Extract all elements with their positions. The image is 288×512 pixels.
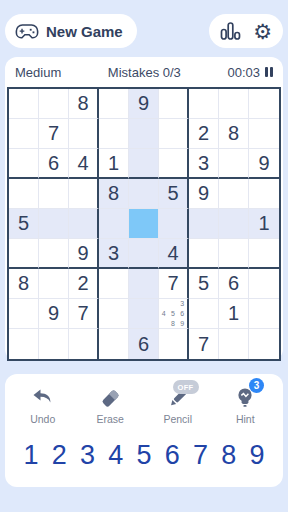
cell-r8c4[interactable] (99, 299, 129, 329)
cell-r1c5[interactable]: 9 (129, 89, 159, 119)
pause-icon[interactable] (265, 67, 273, 77)
cell-r8c8[interactable]: 1 (219, 299, 249, 329)
cell-r1c2[interactable] (39, 89, 69, 119)
cell-r1c8[interactable] (219, 89, 249, 119)
cell-r6c2[interactable] (39, 239, 69, 269)
cell-r8c5[interactable] (129, 299, 159, 329)
pencil-button[interactable]: OFF Pencil (144, 386, 212, 425)
cell-r1c9[interactable] (249, 89, 279, 119)
cell-r2c9[interactable] (249, 119, 279, 149)
cell-r6c9[interactable] (249, 239, 279, 269)
cell-r7c2[interactable] (39, 269, 69, 299)
tools-row: Undo Erase OFF (9, 386, 279, 425)
cell-r5c8[interactable] (219, 209, 249, 239)
undo-label: Undo (30, 413, 55, 425)
pencil-notes: 345689 (159, 299, 187, 328)
cell-r3c4[interactable]: 1 (99, 149, 129, 179)
status-row: Medium Mistakes 0/3 00:03 (5, 57, 283, 87)
cell-r4c4[interactable]: 8 (99, 179, 129, 209)
cell-r9c9[interactable] (249, 329, 279, 359)
cell-r9c1[interactable] (9, 329, 39, 359)
cell-r4c1[interactable] (9, 179, 39, 209)
cell-r9c2[interactable] (39, 329, 69, 359)
cell-r4c9[interactable] (249, 179, 279, 209)
cell-r8c9[interactable] (249, 299, 279, 329)
cell-r9c3[interactable] (69, 329, 99, 359)
cell-r4c5[interactable] (129, 179, 159, 209)
gamepad-icon (15, 23, 39, 40)
cell-r3c7[interactable]: 3 (189, 149, 219, 179)
hint-label: Hint (236, 413, 255, 425)
cell-r5c3[interactable] (69, 209, 99, 239)
numpad-1[interactable]: 1 (19, 441, 43, 471)
numpad-8[interactable]: 8 (217, 441, 241, 471)
hint-button[interactable]: 3 Hint (212, 386, 280, 425)
numpad-7[interactable]: 7 (189, 441, 213, 471)
numpad-5[interactable]: 5 (132, 441, 156, 471)
cell-r3c6[interactable] (159, 149, 189, 179)
cell-r3c1[interactable] (9, 149, 39, 179)
pencil-off-badge: OFF (173, 380, 199, 394)
erase-label: Erase (97, 413, 124, 425)
cell-r3c8[interactable] (219, 149, 249, 179)
undo-button[interactable]: Undo (9, 386, 77, 425)
cell-r7c3[interactable]: 2 (69, 269, 99, 299)
cell-r2c2[interactable]: 7 (39, 119, 69, 149)
new-game-label: New Game (46, 23, 123, 40)
controls-card: Undo Erase OFF (5, 374, 283, 487)
difficulty-label: Medium (15, 65, 61, 80)
erase-button[interactable]: Erase (77, 386, 145, 425)
cell-r3c2[interactable]: 6 (39, 149, 69, 179)
cell-r6c1[interactable] (9, 239, 39, 269)
new-game-button[interactable]: New Game (5, 14, 137, 48)
cell-r9c6[interactable] (159, 329, 189, 359)
cell-r5c2[interactable] (39, 209, 69, 239)
cell-r5c1[interactable]: 5 (9, 209, 39, 239)
cell-r8c2[interactable]: 9 (39, 299, 69, 329)
numpad-3[interactable]: 3 (76, 441, 100, 471)
cell-r4c8[interactable] (219, 179, 249, 209)
cell-r5c5[interactable] (129, 209, 159, 239)
cell-r7c9[interactable] (249, 269, 279, 299)
cell-r6c3[interactable]: 9 (69, 239, 99, 269)
cell-r6c5[interactable] (129, 239, 159, 269)
cell-r2c4[interactable] (99, 119, 129, 149)
cell-r7c8[interactable]: 6 (219, 269, 249, 299)
numpad-9[interactable]: 9 (245, 441, 269, 471)
top-right-pill: ⚙ (209, 14, 283, 48)
cell-r3c3[interactable]: 4 (69, 149, 99, 179)
timer-value: 00:03 (227, 65, 260, 80)
cell-r1c6[interactable] (159, 89, 189, 119)
cell-r8c7[interactable] (189, 299, 219, 329)
cell-r4c6[interactable]: 5 (159, 179, 189, 209)
cell-r5c7[interactable] (189, 209, 219, 239)
board: 8972864139859519348275697345689167 (7, 87, 281, 361)
cell-r1c7[interactable] (189, 89, 219, 119)
timer: 00:03 (227, 65, 273, 80)
cell-r7c4[interactable] (99, 269, 129, 299)
cell-r7c6[interactable]: 7 (159, 269, 189, 299)
numpad-4[interactable]: 4 (104, 441, 128, 471)
numpad-2[interactable]: 2 (47, 441, 71, 471)
cell-r4c2[interactable] (39, 179, 69, 209)
cell-r3c5[interactable] (129, 149, 159, 179)
cell-r2c7[interactable]: 2 (189, 119, 219, 149)
cell-r2c6[interactable] (159, 119, 189, 149)
cell-r9c8[interactable] (219, 329, 249, 359)
eraser-icon (97, 386, 123, 410)
cell-r1c1[interactable] (9, 89, 39, 119)
cell-r8c6[interactable]: 345689 (159, 299, 189, 329)
hint-count-badge: 3 (249, 378, 264, 393)
stats-icon[interactable] (220, 21, 241, 41)
numpad: 123456789 (9, 441, 279, 471)
numpad-6[interactable]: 6 (160, 441, 184, 471)
cell-r9c7[interactable]: 7 (189, 329, 219, 359)
cell-r6c8[interactable] (219, 239, 249, 269)
board-card: Medium Mistakes 0/3 00:03 89728641398595… (5, 57, 283, 361)
cell-r2c1[interactable] (9, 119, 39, 149)
cell-r2c3[interactable] (69, 119, 99, 149)
cell-r6c7[interactable] (189, 239, 219, 269)
cell-r9c4[interactable] (99, 329, 129, 359)
cell-r7c7[interactable]: 5 (189, 269, 219, 299)
settings-icon[interactable]: ⚙ (253, 21, 272, 42)
cell-r4c3[interactable] (69, 179, 99, 209)
cell-r5c9[interactable]: 1 (249, 209, 279, 239)
cell-r2c8[interactable]: 8 (219, 119, 249, 149)
cell-r7c1[interactable]: 8 (9, 269, 39, 299)
cell-r7c5[interactable] (129, 269, 159, 299)
pencil-label: Pencil (163, 413, 192, 425)
mistakes-label: Mistakes 0/3 (108, 65, 181, 80)
cell-r2c5[interactable] (129, 119, 159, 149)
cell-r3c9[interactable]: 9 (249, 149, 279, 179)
cell-r1c3[interactable]: 8 (69, 89, 99, 119)
cell-r4c7[interactable]: 9 (189, 179, 219, 209)
cell-r6c4[interactable]: 3 (99, 239, 129, 269)
cell-r9c5[interactable]: 6 (129, 329, 159, 359)
cell-r6c6[interactable]: 4 (159, 239, 189, 269)
cell-r1c4[interactable] (99, 89, 129, 119)
undo-icon (30, 386, 56, 410)
cell-r8c3[interactable]: 7 (69, 299, 99, 329)
cell-r8c1[interactable] (9, 299, 39, 329)
top-bar: New Game ⚙ (5, 14, 283, 48)
cell-r5c4[interactable] (99, 209, 129, 239)
cell-r5c6[interactable] (159, 209, 189, 239)
